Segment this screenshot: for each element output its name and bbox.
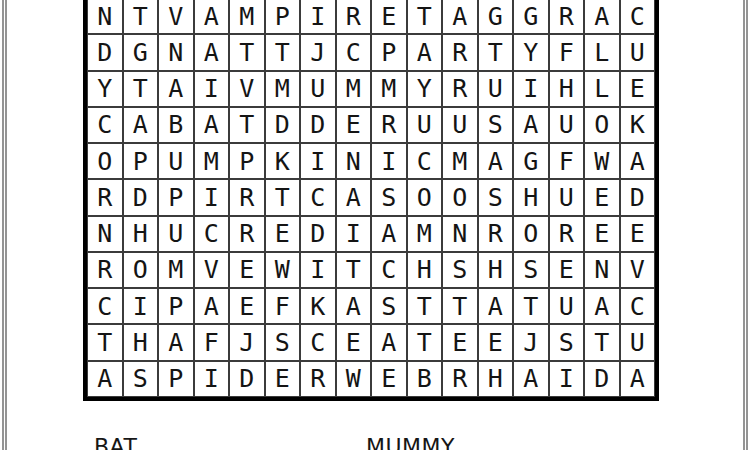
grid-cell: A <box>87 361 123 397</box>
grid-cell: U <box>478 71 514 107</box>
grid-cell: U <box>158 216 194 252</box>
grid-cell: E <box>620 216 656 252</box>
grid-cell: V <box>229 71 265 107</box>
grid-cell: C <box>300 324 336 360</box>
grid-cell: E <box>442 324 478 360</box>
grid-cell: Y <box>513 34 549 70</box>
grid-cell: P <box>158 361 194 397</box>
grid-cell: E <box>620 71 656 107</box>
grid-cell: C <box>407 143 443 179</box>
grid-cell: A <box>336 288 372 324</box>
grid-cell: V <box>194 252 230 288</box>
grid-cell: E <box>229 288 265 324</box>
grid-cell: R <box>300 361 336 397</box>
grid-cell: W <box>584 143 620 179</box>
grid-cell: A <box>513 361 549 397</box>
grid-cell: S <box>549 324 585 360</box>
grid-cell: W <box>336 361 372 397</box>
grid-cell: N <box>87 0 123 34</box>
grid-cell: U <box>300 71 336 107</box>
word-list-item-bat: BAT <box>94 436 137 450</box>
grid-cell: S <box>371 288 407 324</box>
grid-cell: C <box>87 107 123 143</box>
grid-cell: L <box>584 71 620 107</box>
grid-cell: F <box>549 34 585 70</box>
grid-cell: E <box>265 361 301 397</box>
grid-cell: S <box>442 252 478 288</box>
grid-cell: O <box>87 143 123 179</box>
grid-cell: S <box>371 179 407 215</box>
grid-cell: R <box>442 361 478 397</box>
grid-cell: D <box>300 107 336 143</box>
grid-cell: C <box>620 0 656 34</box>
grid-cell: A <box>194 0 230 34</box>
grid-cell: M <box>371 71 407 107</box>
grid-cell: E <box>478 324 514 360</box>
grid-cell: I <box>194 361 230 397</box>
grid-cell: T <box>123 71 159 107</box>
grid-cell: C <box>336 34 372 70</box>
grid-cell: E <box>371 0 407 34</box>
grid-cell: U <box>549 107 585 143</box>
grid-cell: G <box>478 0 514 34</box>
grid-cell: D <box>620 179 656 215</box>
grid-cell: E <box>371 361 407 397</box>
grid-cell: O <box>407 179 443 215</box>
grid-cell: U <box>620 324 656 360</box>
grid-cell: S <box>478 107 514 143</box>
grid-cell: M <box>229 0 265 34</box>
grid-cell: P <box>158 288 194 324</box>
grid-cell: A <box>123 107 159 143</box>
grid-cell: T <box>123 0 159 34</box>
grid-cell: Y <box>87 71 123 107</box>
grid-cell: P <box>229 143 265 179</box>
grid-cell: N <box>87 216 123 252</box>
grid-cell: K <box>300 288 336 324</box>
grid-cell: C <box>620 288 656 324</box>
grid-cell: H <box>478 361 514 397</box>
grid-cell: O <box>123 252 159 288</box>
grid-cell: B <box>407 361 443 397</box>
grid-cell: H <box>123 216 159 252</box>
grid-cell: N <box>158 34 194 70</box>
word-list-item-mummy: MUMMY <box>366 436 455 450</box>
grid-cell: I <box>549 361 585 397</box>
grid-cell: L <box>584 34 620 70</box>
grid-cell: F <box>549 143 585 179</box>
grid-cell: M <box>158 252 194 288</box>
grid-cell: D <box>300 216 336 252</box>
grid-cell: A <box>584 0 620 34</box>
grid-cell: T <box>265 34 301 70</box>
word-list: BAT MUMMY <box>0 436 750 450</box>
grid-cell: P <box>158 179 194 215</box>
grid-cell: A <box>513 107 549 143</box>
grid-cell: T <box>229 107 265 143</box>
grid-cell: R <box>229 216 265 252</box>
grid-cell: A <box>478 288 514 324</box>
grid-cell: T <box>407 324 443 360</box>
grid-cell: I <box>123 288 159 324</box>
grid-cell: M <box>336 71 372 107</box>
grid-cell: D <box>123 179 159 215</box>
grid-cell: S <box>123 361 159 397</box>
grid-cell: D <box>87 34 123 70</box>
grid-cell: I <box>513 71 549 107</box>
grid-cell: Y <box>407 71 443 107</box>
grid-cell: C <box>194 216 230 252</box>
grid-cell: H <box>549 71 585 107</box>
grid-cell: F <box>194 324 230 360</box>
grid-cell: E <box>549 252 585 288</box>
grid-cell: V <box>158 0 194 34</box>
grid-cell: N <box>336 143 372 179</box>
grid-cell: R <box>371 107 407 143</box>
grid-cell: T <box>442 288 478 324</box>
grid-cell: A <box>194 288 230 324</box>
grid-cell: A <box>584 288 620 324</box>
grid-cell: S <box>513 252 549 288</box>
grid-cell: A <box>336 179 372 215</box>
grid-cell: W <box>265 252 301 288</box>
grid-cell: R <box>87 179 123 215</box>
grid-cell: N <box>442 216 478 252</box>
grid-cell: A <box>620 143 656 179</box>
word-search-grid: NTVAMPIRETAGGRACDGNATTJCPARTYFLUYTAIVMUM… <box>83 0 659 401</box>
grid-cell: B <box>158 107 194 143</box>
grid-cell: T <box>407 0 443 34</box>
grid-cell: U <box>407 107 443 143</box>
grid-cell: R <box>549 216 585 252</box>
grid-cell: E <box>584 179 620 215</box>
grid-cell: R <box>87 252 123 288</box>
grid-cell: U <box>442 107 478 143</box>
grid-cell: P <box>371 34 407 70</box>
grid-cell: O <box>442 179 478 215</box>
grid-cell: I <box>300 252 336 288</box>
grid-cell: A <box>194 107 230 143</box>
grid-cell: U <box>549 179 585 215</box>
grid-cell: G <box>513 0 549 34</box>
grid-cell: M <box>442 143 478 179</box>
grid-cell: P <box>265 0 301 34</box>
grid-cell: S <box>478 179 514 215</box>
grid-cell: R <box>442 71 478 107</box>
grid-cell: R <box>336 0 372 34</box>
grid-cell: J <box>300 34 336 70</box>
grid-cell: D <box>584 361 620 397</box>
grid-cell: M <box>194 143 230 179</box>
grid-cell: O <box>584 107 620 143</box>
grid-cell: I <box>336 216 372 252</box>
grid-cell: D <box>229 361 265 397</box>
grid-cell: T <box>513 288 549 324</box>
grid-cell: C <box>87 288 123 324</box>
grid-cell: T <box>229 34 265 70</box>
grid-cell: E <box>336 324 372 360</box>
grid-cell: C <box>371 252 407 288</box>
grid-cell: A <box>620 361 656 397</box>
grid-cell: I <box>194 71 230 107</box>
grid-cell: G <box>513 143 549 179</box>
grid-cell: J <box>513 324 549 360</box>
grid-cell: T <box>87 324 123 360</box>
grid-cell: J <box>229 324 265 360</box>
grid-cell: A <box>158 71 194 107</box>
grid-cell: D <box>265 107 301 143</box>
grid-cell: H <box>478 252 514 288</box>
grid-cell: T <box>336 252 372 288</box>
grid-cell: U <box>620 34 656 70</box>
grid-cell: T <box>584 324 620 360</box>
grid-cell: R <box>478 216 514 252</box>
grid-cell: H <box>123 324 159 360</box>
grid-cell: I <box>300 143 336 179</box>
grid-cell: V <box>620 252 656 288</box>
grid-cell: U <box>549 288 585 324</box>
grid-cell: R <box>229 179 265 215</box>
grid-cell: A <box>371 324 407 360</box>
grid-cell: T <box>478 34 514 70</box>
grid-cell: E <box>336 107 372 143</box>
grid-cell: A <box>371 216 407 252</box>
grid-cell: F <box>265 288 301 324</box>
grid-cell: H <box>407 252 443 288</box>
grid-cell: A <box>194 34 230 70</box>
grid-cell: R <box>549 0 585 34</box>
grid-cell: O <box>513 216 549 252</box>
grid-cell: A <box>407 34 443 70</box>
grid-cell: T <box>265 179 301 215</box>
grid-cell: A <box>442 0 478 34</box>
grid-cell: P <box>123 143 159 179</box>
grid-cell: C <box>300 179 336 215</box>
grid-cell: H <box>513 179 549 215</box>
grid-cell: A <box>478 143 514 179</box>
grid-cell: M <box>265 71 301 107</box>
grid-cell: M <box>407 216 443 252</box>
grid-cell: I <box>371 143 407 179</box>
grid-cell: I <box>300 0 336 34</box>
grid-cell: E <box>229 252 265 288</box>
grid-cell: N <box>584 252 620 288</box>
grid-cell: K <box>620 107 656 143</box>
grid-cell: R <box>442 34 478 70</box>
grid-cell: S <box>265 324 301 360</box>
grid-cell: A <box>158 324 194 360</box>
grid-cell: G <box>123 34 159 70</box>
grid-cell: U <box>158 143 194 179</box>
grid-cell: T <box>407 288 443 324</box>
grid-cell: K <box>265 143 301 179</box>
grid-cell: E <box>584 216 620 252</box>
grid-cell: E <box>265 216 301 252</box>
grid-cell: I <box>194 179 230 215</box>
